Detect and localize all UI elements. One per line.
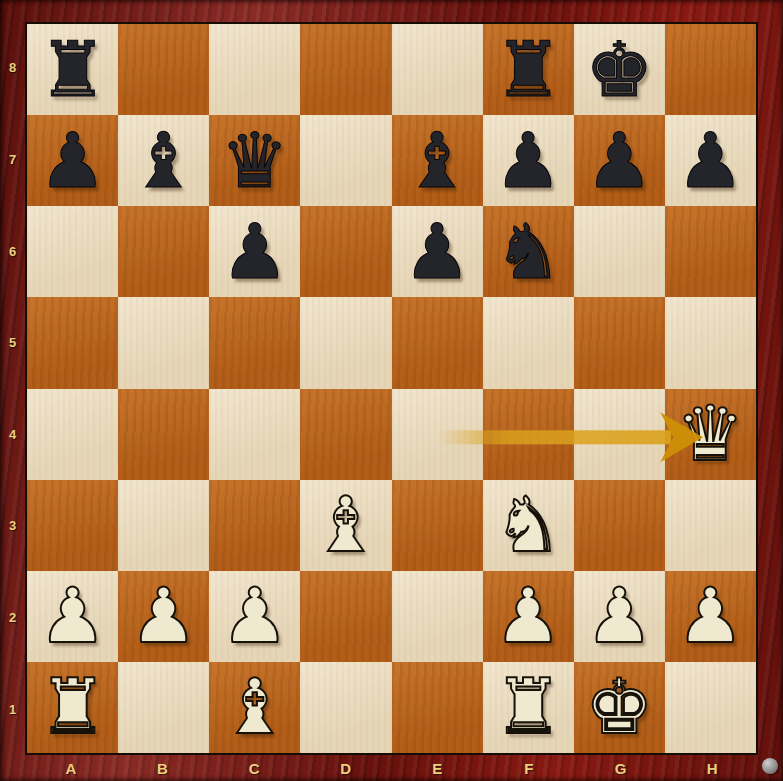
square-f1[interactable]: ♜ xyxy=(483,662,574,753)
square-h3[interactable] xyxy=(665,480,756,571)
white-bishop[interactable]: ♝ xyxy=(221,669,289,745)
white-queen[interactable]: ♛ xyxy=(676,396,744,472)
black-pawn[interactable]: ♟ xyxy=(403,214,471,290)
square-c8[interactable] xyxy=(209,24,300,115)
corner-dot xyxy=(762,758,778,774)
square-e1[interactable] xyxy=(392,662,483,753)
white-pawn[interactable]: ♟ xyxy=(676,578,744,654)
square-b3[interactable] xyxy=(118,480,209,571)
square-e8[interactable] xyxy=(392,24,483,115)
square-b6[interactable] xyxy=(118,206,209,297)
square-g2[interactable]: ♟ xyxy=(574,571,665,662)
square-g6[interactable] xyxy=(574,206,665,297)
white-bishop[interactable]: ♝ xyxy=(312,487,380,563)
black-rook[interactable]: ♜ xyxy=(494,32,562,108)
square-h6[interactable] xyxy=(665,206,756,297)
black-bishop[interactable]: ♝ xyxy=(403,123,471,199)
square-e7[interactable]: ♝ xyxy=(392,115,483,206)
rank-label-3: 3 xyxy=(0,480,25,572)
square-a8[interactable]: ♜ xyxy=(27,24,118,115)
file-label-b: B xyxy=(117,755,209,781)
white-pawn[interactable]: ♟ xyxy=(494,578,562,654)
square-g3[interactable] xyxy=(574,480,665,571)
square-f8[interactable]: ♜ xyxy=(483,24,574,115)
rank-label-7: 7 xyxy=(0,114,25,206)
square-a3[interactable] xyxy=(27,480,118,571)
square-e5[interactable] xyxy=(392,297,483,388)
rank-label-2: 2 xyxy=(0,572,25,664)
square-a2[interactable]: ♟ xyxy=(27,571,118,662)
square-a6[interactable] xyxy=(27,206,118,297)
file-label-e: E xyxy=(392,755,484,781)
file-label-f: F xyxy=(483,755,575,781)
square-d1[interactable] xyxy=(300,662,391,753)
black-queen[interactable]: ♛ xyxy=(221,123,289,199)
square-a7[interactable]: ♟ xyxy=(27,115,118,206)
chess-app-window: 87654321 ABCDEFGH ♜♜♚♟♝♛♝♟♟♟♟♟♞♛♝♞♟♟♟♟♟♟… xyxy=(0,0,783,781)
white-pawn[interactable]: ♟ xyxy=(585,578,653,654)
square-f3[interactable]: ♞ xyxy=(483,480,574,571)
square-c2[interactable]: ♟ xyxy=(209,571,300,662)
file-label-g: G xyxy=(575,755,667,781)
square-c3[interactable] xyxy=(209,480,300,571)
square-h1[interactable] xyxy=(665,662,756,753)
rank-label-6: 6 xyxy=(0,205,25,297)
square-c5[interactable] xyxy=(209,297,300,388)
white-rook[interactable]: ♜ xyxy=(38,669,106,745)
black-king[interactable]: ♚ xyxy=(585,32,653,108)
rank-labels: 87654321 xyxy=(0,22,25,755)
square-f7[interactable]: ♟ xyxy=(483,115,574,206)
square-f6[interactable]: ♞ xyxy=(483,206,574,297)
white-pawn[interactable]: ♟ xyxy=(38,578,106,654)
black-bishop[interactable]: ♝ xyxy=(130,123,198,199)
black-pawn[interactable]: ♟ xyxy=(494,123,562,199)
white-king[interactable]: ♚ xyxy=(585,669,653,745)
white-pawn[interactable]: ♟ xyxy=(221,578,289,654)
square-h8[interactable] xyxy=(665,24,756,115)
square-d3[interactable]: ♝ xyxy=(300,480,391,571)
rank-label-4: 4 xyxy=(0,389,25,481)
file-label-c: C xyxy=(208,755,300,781)
square-d8[interactable] xyxy=(300,24,391,115)
square-g4[interactable] xyxy=(574,389,665,480)
black-knight[interactable]: ♞ xyxy=(494,214,562,290)
square-a4[interactable] xyxy=(27,389,118,480)
black-rook[interactable]: ♜ xyxy=(38,32,106,108)
square-d7[interactable] xyxy=(300,115,391,206)
square-d2[interactable] xyxy=(300,571,391,662)
file-label-h: H xyxy=(666,755,758,781)
square-f4[interactable] xyxy=(483,389,574,480)
square-h5[interactable] xyxy=(665,297,756,388)
rank-label-8: 8 xyxy=(0,22,25,114)
square-c1[interactable]: ♝ xyxy=(209,662,300,753)
square-b2[interactable]: ♟ xyxy=(118,571,209,662)
file-label-a: A xyxy=(25,755,117,781)
white-pawn[interactable]: ♟ xyxy=(130,578,198,654)
square-a5[interactable] xyxy=(27,297,118,388)
square-a1[interactable]: ♜ xyxy=(27,662,118,753)
square-g1[interactable]: ♚ xyxy=(574,662,665,753)
square-d4[interactable] xyxy=(300,389,391,480)
square-e3[interactable] xyxy=(392,480,483,571)
square-h4[interactable]: ♛ xyxy=(665,389,756,480)
square-d6[interactable] xyxy=(300,206,391,297)
square-b8[interactable] xyxy=(118,24,209,115)
rank-label-5: 5 xyxy=(0,297,25,389)
file-labels: ABCDEFGH xyxy=(25,755,758,781)
black-pawn[interactable]: ♟ xyxy=(38,123,106,199)
square-d5[interactable] xyxy=(300,297,391,388)
file-label-d: D xyxy=(300,755,392,781)
square-g5[interactable] xyxy=(574,297,665,388)
square-c6[interactable]: ♟ xyxy=(209,206,300,297)
square-g7[interactable]: ♟ xyxy=(574,115,665,206)
square-c4[interactable] xyxy=(209,389,300,480)
square-g8[interactable]: ♚ xyxy=(574,24,665,115)
square-e6[interactable]: ♟ xyxy=(392,206,483,297)
square-h7[interactable]: ♟ xyxy=(665,115,756,206)
square-b1[interactable] xyxy=(118,662,209,753)
square-f5[interactable] xyxy=(483,297,574,388)
white-rook[interactable]: ♜ xyxy=(494,669,562,745)
square-h2[interactable]: ♟ xyxy=(665,571,756,662)
black-pawn[interactable]: ♟ xyxy=(585,123,653,199)
white-knight[interactable]: ♞ xyxy=(494,487,562,563)
black-pawn[interactable]: ♟ xyxy=(676,123,744,199)
square-e4[interactable] xyxy=(392,389,483,480)
square-f2[interactable]: ♟ xyxy=(483,571,574,662)
chess-board[interactable]: ♜♜♚♟♝♛♝♟♟♟♟♟♞♛♝♞♟♟♟♟♟♟♜♝♜♚ xyxy=(25,22,758,755)
black-pawn[interactable]: ♟ xyxy=(221,214,289,290)
square-b5[interactable] xyxy=(118,297,209,388)
rank-label-1: 1 xyxy=(0,663,25,755)
square-e2[interactable] xyxy=(392,571,483,662)
square-c7[interactable]: ♛ xyxy=(209,115,300,206)
square-b4[interactable] xyxy=(118,389,209,480)
square-b7[interactable]: ♝ xyxy=(118,115,209,206)
